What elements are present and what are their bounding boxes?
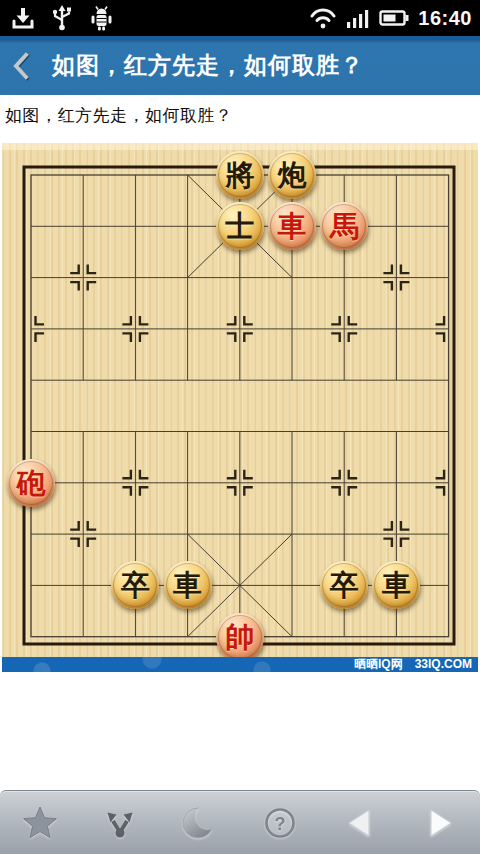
xiangqi-board: 將炮士車馬砲卒車卒車帥 [2,143,478,657]
piece-glyph: 帥 [216,613,264,661]
question-text: 如图，红方先走，如何取胜？ [0,95,480,127]
battery-icon [379,6,409,30]
header-bar: 如图，红方先走，如何取胜？ [0,36,480,95]
piece-black-advisor: 士 [216,202,264,250]
piece-red-cannon: 砲 [7,459,55,507]
piece-glyph: 車 [164,561,212,609]
next-arrow-icon [423,806,457,840]
xiangqi-board-image: 將炮士車馬砲卒車卒車帥 晒晒IQ网 33IQ.COM [2,143,478,672]
piece-glyph: 馬 [320,202,368,250]
piece-red-horse: 馬 [320,202,368,250]
wifi-icon [309,6,337,30]
piece-black-cannon: 炮 [268,151,316,199]
back-chevron-icon [11,51,33,81]
favorite-star-icon [21,804,59,841]
status-right-icons: 16:40 [309,6,480,30]
piece-glyph: 砲 [7,459,55,507]
piece-glyph: 炮 [268,151,316,199]
usb-icon [50,5,74,31]
piece-black-chariot: 車 [164,561,212,609]
piece-red-general: 帥 [216,613,264,661]
piece-glyph: 卒 [111,561,159,609]
favorite-button[interactable] [0,791,80,854]
watermark-domain: 33IQ.COM [415,657,472,672]
piece-glyph: 士 [216,202,264,250]
download-icon [10,6,36,31]
page-title: 如图，红方先走，如何取胜？ [52,50,364,81]
back-button[interactable] [0,36,44,95]
question-row: 如图，红方先走，如何取胜？ [0,95,480,143]
watermark-strip: 晒晒IQ网 33IQ.COM [2,657,478,672]
signal-strength-icon [346,6,370,30]
svg-text:?: ? [275,813,286,833]
help-button[interactable]: ? [240,791,320,854]
clock: 16:40 [418,7,472,30]
piece-glyph: 車 [372,561,420,609]
next-button[interactable] [400,791,480,854]
previous-button[interactable] [320,791,400,854]
piece-black-general: 將 [216,151,264,199]
piece-glyph: 將 [216,151,264,199]
piece-black-soldier: 卒 [111,561,159,609]
night-mode-icon [181,804,219,842]
status-bar: 16:40 [0,0,480,36]
status-left-icons [0,5,115,31]
previous-arrow-icon [343,806,377,840]
piece-red-chariot: 車 [268,202,316,250]
watermark-site: 晒晒IQ网 [354,657,403,672]
night-mode-button[interactable] [160,791,240,854]
piece-black-chariot: 車 [372,561,420,609]
share-button[interactable] [80,791,160,854]
share-icon [102,806,138,840]
help-icon: ? [262,805,298,841]
adb-bug-icon [88,5,115,31]
bottom-toolbar: ? [0,790,480,854]
piece-glyph: 車 [268,202,316,250]
piece-black-soldier: 卒 [320,561,368,609]
piece-glyph: 卒 [320,561,368,609]
